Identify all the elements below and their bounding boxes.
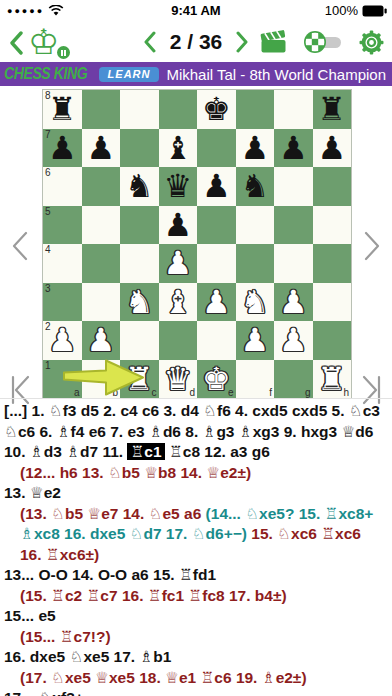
rank-label: 8: [45, 90, 51, 101]
square-b3[interactable]: [82, 283, 121, 322]
piece-white-king[interactable]: ♚: [202, 360, 231, 399]
move-text[interactable]: ♖c8 12. a3 g6: [165, 443, 270, 460]
square-a8[interactable]: 8♜: [43, 90, 82, 129]
piece-white-pawn[interactable]: ♟: [279, 283, 308, 322]
square-e7[interactable]: [197, 129, 236, 168]
square-d1[interactable]: d♛: [159, 360, 198, 399]
move-text[interactable]: 16. dxe5 ♘xe5 17. ♗b1: [4, 648, 171, 665]
notation-line: (15... ♖c7!?): [4, 627, 390, 648]
move-text[interactable]: 13. ♕e2: [4, 484, 61, 501]
piece-black-rook[interactable]: ♜: [317, 90, 346, 129]
notation-line: 13... O-O 14. O-O a6 15. ♖fd1: [4, 565, 390, 586]
square-d8[interactable]: [159, 90, 198, 129]
move-text[interactable]: ♗xc8 16. dxe5 ♘d7 17. ♘d6+−): [20, 525, 247, 542]
move-text[interactable]: (15... ♖c7!?): [20, 628, 111, 645]
move-text[interactable]: ♘c6 6. ♗f4 e6 7. e3 ♗d6 8. ♗g3 ♗xg3 9. h…: [4, 423, 373, 440]
notation-line: (15. ♖c2 ♖c7 16. ♖fc1 ♖fc8 17. b4±): [4, 586, 390, 607]
piece-white-knight[interactable]: ♞: [240, 283, 269, 322]
square-g4[interactable]: [274, 244, 313, 283]
piece-black-pawn[interactable]: ♟: [48, 129, 77, 168]
square-f1[interactable]: f: [236, 360, 275, 399]
move-text[interactable]: 13... O-O 14. O-O a6 15. ♖fd1: [4, 566, 216, 583]
notation-line: 16. dxe5 ♘xe5 17. ♗b1: [4, 647, 390, 668]
square-a4[interactable]: 4: [43, 244, 82, 283]
piece-black-pawn[interactable]: ♟: [202, 167, 231, 206]
square-e6[interactable]: ♟: [197, 167, 236, 206]
square-f2[interactable]: ♟: [236, 321, 275, 360]
square-c1[interactable]: c♜: [120, 360, 159, 399]
square-b2[interactable]: ♟: [82, 321, 121, 360]
course-banner: CHESS KING LEARN Mikhail Tal - 8th World…: [0, 62, 392, 86]
piece-black-pawn[interactable]: ♟: [279, 129, 308, 168]
square-h5[interactable]: [313, 206, 352, 245]
piece-white-rook[interactable]: ♜: [317, 360, 346, 399]
piece-black-pawn[interactable]: ♟: [240, 129, 269, 168]
piece-black-queen[interactable]: ♛: [163, 167, 192, 206]
piece-white-pawn[interactable]: ♟: [279, 321, 308, 360]
chess-board[interactable]: 8♜♚♜7♟♟♝♟♟♟6♞♛♟♞5♟4♟3♞♝♟♞♟2♟♟♟♟1abc♜d♛e♚…: [42, 89, 352, 399]
next-page-icon[interactable]: [236, 31, 249, 53]
square-e5[interactable]: [197, 206, 236, 245]
piece-white-queen[interactable]: ♛: [163, 360, 192, 399]
notation-line: (12... h6 13. ♘b5 ♕b8 14. ♕e2±): [4, 463, 390, 484]
square-e4[interactable]: [197, 244, 236, 283]
square-g7[interactable]: ♟: [274, 129, 313, 168]
piece-white-pawn[interactable]: ♟: [86, 321, 115, 360]
rank-label: 1: [45, 360, 51, 371]
piece-white-knight[interactable]: ♞: [125, 283, 154, 322]
square-f5[interactable]: [236, 206, 275, 245]
square-c2[interactable]: [120, 321, 159, 360]
square-f6[interactable]: ♞: [236, 167, 275, 206]
notation-line: [...] 1. ♘f3 d5 2. c4 c6 3. d4 ♘f6 4. cx…: [4, 401, 390, 422]
square-d7[interactable]: ♝: [159, 129, 198, 168]
square-f4[interactable]: [236, 244, 275, 283]
piece-black-knight[interactable]: ♞: [125, 167, 154, 206]
notation-panel: [...] 1. ♘f3 d5 2. c4 c6 3. d4 ♘f6 4. cx…: [0, 398, 392, 696]
move-text[interactable]: 15... e5: [4, 607, 56, 624]
square-b1[interactable]: b: [82, 360, 121, 399]
square-d4[interactable]: ♟: [159, 244, 198, 283]
file-label: b: [112, 387, 118, 398]
square-f3[interactable]: ♞: [236, 283, 275, 322]
square-c7[interactable]: [120, 129, 159, 168]
square-b6[interactable]: [82, 167, 121, 206]
square-g2[interactable]: ♟: [274, 321, 313, 360]
square-d5[interactable]: ♟: [159, 206, 198, 245]
square-h7[interactable]: ♟: [313, 129, 352, 168]
file-label: h: [343, 387, 349, 398]
square-c6[interactable]: ♞: [120, 167, 159, 206]
square-e2[interactable]: [197, 321, 236, 360]
rank-label: 3: [45, 283, 51, 294]
file-label: e: [228, 387, 234, 398]
square-b5[interactable]: [82, 206, 121, 245]
move-text[interactable]: 10. ♗d3 ♗d7 11.: [4, 443, 127, 460]
notation-line: ♗xc8 16. dxe5 ♘d7 17. ♘d6+−) 15. ♘xc6 ♖x…: [4, 524, 390, 545]
course-title: Mikhail Tal - 8th World Champion: [166, 66, 386, 83]
notation-line: 17... ♘xf3+: [4, 688, 390, 696]
notation-line: (17. ♘xe5 ♕xe5 18. ♕e1 ♖c6 19. ♗e2±): [4, 668, 390, 689]
square-f7[interactable]: ♟: [236, 129, 275, 168]
status-bar: ●●●●● 9:41 AM 100%: [0, 0, 392, 22]
battery-icon: [362, 5, 387, 17]
rank-label: 5: [45, 206, 51, 217]
notation-line: ♘c6 6. ♗f4 e6 7. e3 ♗d6 8. ♗g3 ♗xg3 9. h…: [4, 422, 390, 443]
square-h2[interactable]: [313, 321, 352, 360]
square-g5[interactable]: [274, 206, 313, 245]
square-h6[interactable]: [313, 167, 352, 206]
board-area: 8♜♚♜7♟♟♝♟♟♟6♞♛♟♞5♟4♟3♞♝♟♞♟2♟♟♟♟1abc♜d♛e♚…: [0, 86, 392, 398]
video-clapper-icon[interactable]: [260, 29, 287, 55]
move-text[interactable]: 17... ♘xf3+: [4, 689, 84, 696]
square-g8[interactable]: [274, 90, 313, 129]
app-window: ●●●●● 9:41 AM 100% ♔: [0, 0, 392, 696]
square-d2[interactable]: [159, 321, 198, 360]
piece-black-pawn[interactable]: ♟: [317, 129, 346, 168]
notation-line: 16. ♖xc6±): [4, 545, 390, 566]
notation-line: 13. ♕e2: [4, 483, 390, 504]
square-g6[interactable]: [274, 167, 313, 206]
piece-black-rook[interactable]: ♜: [48, 90, 77, 129]
file-label: g: [305, 387, 311, 398]
square-g1[interactable]: g: [274, 360, 313, 399]
notation-line: (13. ♘b5 ♕e7 14. ♘e5 a6 (14... ♘xe5? 15.…: [4, 504, 390, 525]
piece-white-rook[interactable]: ♜: [125, 360, 154, 399]
square-h4[interactable]: [313, 244, 352, 283]
piece-white-pawn[interactable]: ♟: [202, 283, 231, 322]
prev-move-icon[interactable]: [9, 230, 31, 262]
square-h3[interactable]: [313, 283, 352, 322]
square-a3[interactable]: 3: [43, 283, 82, 322]
square-a2[interactable]: 2♟: [43, 321, 82, 360]
square-g3[interactable]: ♟: [274, 283, 313, 322]
move-text[interactable]: 15. ♘xc6 ♖xc6: [247, 525, 361, 542]
square-a6[interactable]: 6: [43, 167, 82, 206]
square-c4[interactable]: [120, 244, 159, 283]
square-b8[interactable]: [82, 90, 121, 129]
move-text[interactable]: 16. ♖xc6±): [20, 546, 99, 563]
move-text[interactable]: (12... h6 13. ♘b5 ♕b8 14. ♕e2±): [20, 464, 251, 481]
file-label: d: [189, 387, 195, 398]
file-label: f: [269, 387, 272, 398]
notation-line: 10. ♗d3 ♗d7 11. ♖c1 ♖c8 12. a3 g6: [4, 442, 390, 463]
piece-white-pawn[interactable]: ♟: [48, 321, 77, 360]
file-label: c: [152, 387, 157, 398]
piece-black-pawn[interactable]: ♟: [163, 206, 192, 245]
file-label: a: [74, 387, 80, 398]
notation-line: 15... e5: [4, 606, 390, 627]
settings-gear-icon[interactable]: [359, 30, 384, 55]
page-counter: 2 / 36: [170, 30, 223, 54]
square-h1[interactable]: h♜: [313, 360, 352, 399]
square-h8[interactable]: ♜: [313, 90, 352, 129]
square-a7[interactable]: 7♟: [43, 129, 82, 168]
piece-black-bishop[interactable]: ♝: [163, 129, 192, 168]
square-d6[interactable]: ♛: [159, 167, 198, 206]
square-f8[interactable]: [236, 90, 275, 129]
square-d3[interactable]: ♝: [159, 283, 198, 322]
next-move-icon[interactable]: [361, 230, 383, 262]
piece-black-pawn[interactable]: ♟: [86, 129, 115, 168]
square-c8[interactable]: [120, 90, 159, 129]
rank-label: 6: [45, 167, 51, 178]
move-text[interactable]: (13. ♘b5 ♕e7 14. ♘e5 a6: [20, 505, 206, 522]
rank-label: 2: [45, 321, 51, 332]
piece-white-pawn[interactable]: ♟: [240, 321, 269, 360]
square-e1[interactable]: e♚: [197, 360, 236, 399]
nav-bar: ♔ 2 / 36: [0, 22, 392, 62]
rank-label: 4: [45, 244, 51, 255]
square-a5[interactable]: 5: [43, 206, 82, 245]
piece-black-knight[interactable]: ♞: [240, 167, 269, 206]
move-text[interactable]: (14... ♘xe5? 15. ♖xc8+: [206, 505, 374, 522]
square-b4[interactable]: [82, 244, 121, 283]
square-a1[interactable]: 1a: [43, 360, 82, 399]
move-text[interactable]: [...] 1. ♘f3 d5 2. c4 c6 3. d4 ♘f6 4. cx…: [4, 402, 380, 419]
square-e3[interactable]: ♟: [197, 283, 236, 322]
piece-white-pawn[interactable]: ♟: [163, 244, 192, 283]
piece-black-king[interactable]: ♚: [202, 90, 231, 129]
square-c3[interactable]: ♞: [120, 283, 159, 322]
board-toggle-icon[interactable]: [303, 30, 343, 54]
prev-page-icon[interactable]: [143, 31, 156, 53]
move-text[interactable]: (15. ♖c2 ♖c7 16. ♖fc1 ♖fc8 17. b4±): [20, 587, 287, 604]
square-c5[interactable]: [120, 206, 159, 245]
brand-logo-text: CHESS KING: [4, 65, 87, 83]
square-b7[interactable]: ♟: [82, 129, 121, 168]
square-e8[interactable]: ♚: [197, 90, 236, 129]
learn-badge: LEARN: [99, 67, 160, 82]
piece-white-bishop[interactable]: ♝: [163, 283, 192, 322]
battery-percent: 100%: [325, 3, 358, 18]
rank-label: 7: [45, 129, 51, 140]
move-text[interactable]: (17. ♘xe5 ♕xe5 18. ♕e1 ♖c6 19. ♗e2±): [20, 669, 307, 686]
current-move-highlight[interactable]: ♖c1: [127, 443, 164, 460]
